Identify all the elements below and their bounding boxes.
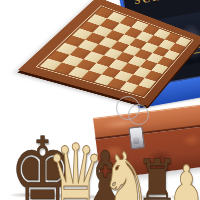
retail-box-title: SCHACHB <box>123 0 200 8</box>
light-pawn-piece: ♟ <box>169 159 200 200</box>
product-photo: SCHACHB ♚ ♛ ♝ ♞ ♜ ♟ <box>0 0 200 200</box>
wire-ring <box>128 104 149 125</box>
